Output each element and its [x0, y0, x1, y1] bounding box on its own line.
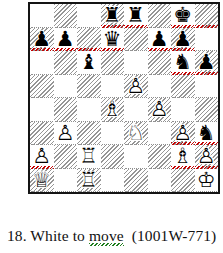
square-g3[interactable]: ♟♙ — [171, 122, 195, 146]
square-e6[interactable] — [124, 51, 148, 75]
square-d7[interactable]: ♛ — [101, 28, 125, 52]
piece-white-knight[interactable]: ♞♘ — [124, 122, 148, 146]
piece-black-king[interactable]: ♚ — [171, 4, 195, 28]
piece-black-rook[interactable]: ♜ — [124, 4, 148, 28]
piece-white-bishop[interactable]: ♝♗ — [101, 98, 125, 122]
square-g7[interactable]: ♟ — [171, 28, 195, 52]
piece-black-pawn[interactable]: ♟ — [54, 28, 78, 52]
square-f6[interactable] — [148, 51, 172, 75]
square-c8[interactable] — [77, 4, 101, 28]
square-a4[interactable] — [30, 98, 54, 122]
piece-white-rook[interactable]: ♜♖ — [77, 169, 101, 193]
piece-black-pawn[interactable]: ♟ — [30, 28, 54, 52]
square-e2[interactable] — [124, 145, 148, 169]
piece-black-knight[interactable]: ♞ — [195, 122, 219, 146]
square-b8[interactable] — [54, 4, 78, 28]
piece-black-knight[interactable]: ♞ — [171, 51, 195, 75]
square-c3[interactable] — [77, 122, 101, 146]
square-d8[interactable]: ♜ — [101, 4, 125, 28]
square-c2[interactable]: ♜♖ — [77, 145, 101, 169]
document-page: ♜♜♚♟♟♛♟♟♝♞♟♟♙♝♗♟♙♟♙♞♘♟♙♞♟♙♜♖♝♗♟♙♛♕♜♖♚♔ 1… — [0, 0, 223, 253]
piece-black-queen[interactable]: ♛ — [101, 28, 125, 52]
square-a6[interactable] — [30, 51, 54, 75]
square-e8[interactable]: ♜ — [124, 4, 148, 28]
square-f5[interactable] — [148, 75, 172, 99]
piece-white-pawn[interactable]: ♟♙ — [171, 122, 195, 146]
square-h4[interactable] — [195, 98, 219, 122]
diagram-caption: 18. White to move (1001W-771) — [7, 227, 221, 245]
square-f8[interactable] — [148, 4, 172, 28]
square-h8[interactable] — [195, 4, 219, 28]
square-a2[interactable]: ♟♙ — [30, 145, 54, 169]
piece-black-rook[interactable]: ♜ — [101, 4, 125, 28]
square-b5[interactable] — [54, 75, 78, 99]
square-g2[interactable]: ♝♗ — [171, 145, 195, 169]
piece-white-rook[interactable]: ♜♖ — [77, 145, 101, 169]
square-f2[interactable] — [148, 145, 172, 169]
square-e5[interactable]: ♟♙ — [124, 75, 148, 99]
square-h5[interactable] — [195, 75, 219, 99]
square-g4[interactable] — [171, 98, 195, 122]
piece-black-bishop[interactable]: ♝ — [77, 51, 101, 75]
caption-text: 18. White to — [7, 227, 89, 244]
piece-white-pawn[interactable]: ♟♙ — [124, 75, 148, 99]
square-c1[interactable]: ♜♖ — [77, 169, 101, 193]
square-g5[interactable] — [171, 75, 195, 99]
piece-black-pawn[interactable]: ♟ — [171, 28, 195, 52]
piece-white-queen[interactable]: ♛♕ — [30, 169, 54, 193]
square-g1[interactable] — [171, 169, 195, 193]
square-e3[interactable]: ♞♘ — [124, 122, 148, 146]
square-d1[interactable] — [101, 169, 125, 193]
square-d4[interactable]: ♝♗ — [101, 98, 125, 122]
piece-white-pawn[interactable]: ♟♙ — [30, 145, 54, 169]
square-e4[interactable] — [124, 98, 148, 122]
square-f3[interactable] — [148, 122, 172, 146]
piece-black-pawn[interactable]: ♟ — [195, 51, 219, 75]
square-b7[interactable]: ♟ — [54, 28, 78, 52]
square-g6[interactable]: ♞ — [171, 51, 195, 75]
piece-black-pawn[interactable]: ♟ — [148, 28, 172, 52]
square-a3[interactable] — [30, 122, 54, 146]
piece-white-bishop[interactable]: ♝♗ — [171, 145, 195, 169]
piece-white-pawn[interactable]: ♟♙ — [54, 122, 78, 146]
square-b1[interactable] — [54, 169, 78, 193]
square-d2[interactable] — [101, 145, 125, 169]
square-h1[interactable]: ♚♔ — [195, 169, 219, 193]
square-c4[interactable] — [77, 98, 101, 122]
square-g8[interactable]: ♚ — [171, 4, 195, 28]
square-h7[interactable] — [195, 28, 219, 52]
square-a5[interactable] — [30, 75, 54, 99]
square-a1[interactable]: ♛♕ — [30, 169, 54, 193]
square-f7[interactable]: ♟ — [148, 28, 172, 52]
square-b3[interactable]: ♟♙ — [54, 122, 78, 146]
square-h2[interactable]: ♟♙ — [195, 145, 219, 169]
square-h3[interactable]: ♞ — [195, 122, 219, 146]
piece-white-king[interactable]: ♚♔ — [195, 169, 219, 193]
caption-word-move: move — [89, 227, 124, 246]
square-c7[interactable] — [77, 28, 101, 52]
square-e1[interactable] — [124, 169, 148, 193]
caption-puzzle-id: (1001W-771) — [124, 227, 217, 244]
square-h6[interactable]: ♟ — [195, 51, 219, 75]
square-c5[interactable] — [77, 75, 101, 99]
square-d3[interactable] — [101, 122, 125, 146]
square-c6[interactable]: ♝ — [77, 51, 101, 75]
square-f1[interactable] — [148, 169, 172, 193]
square-b6[interactable] — [54, 51, 78, 75]
square-f4[interactable]: ♟♙ — [148, 98, 172, 122]
square-b4[interactable] — [54, 98, 78, 122]
square-d6[interactable] — [101, 51, 125, 75]
square-a8[interactable] — [30, 4, 54, 28]
chess-board: ♜♜♚♟♟♛♟♟♝♞♟♟♙♝♗♟♙♟♙♞♘♟♙♞♟♙♜♖♝♗♟♙♛♕♜♖♚♔ — [28, 2, 220, 194]
square-d5[interactable] — [101, 75, 125, 99]
piece-white-pawn[interactable]: ♟♙ — [148, 98, 172, 122]
square-e7[interactable] — [124, 28, 148, 52]
square-a7[interactable]: ♟ — [30, 28, 54, 52]
piece-white-pawn[interactable]: ♟♙ — [195, 145, 219, 169]
square-b2[interactable] — [54, 145, 78, 169]
